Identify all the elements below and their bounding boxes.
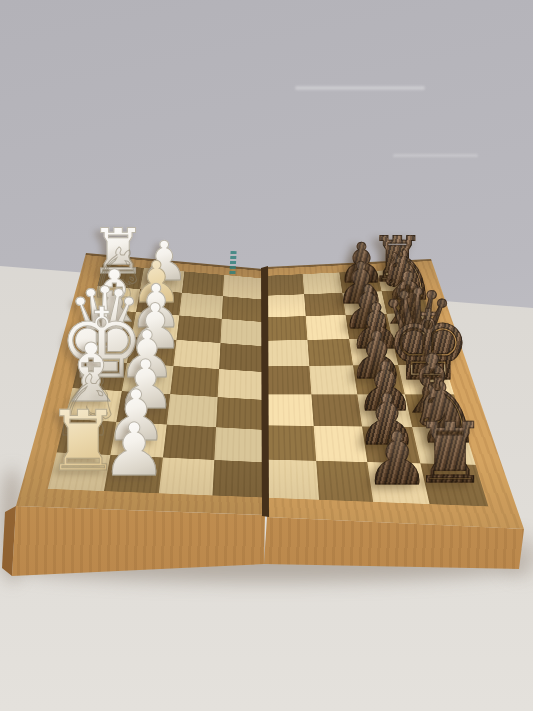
square-e4[interactable]	[218, 369, 264, 400]
square-c3[interactable]	[176, 315, 221, 343]
black-rook-glyph: ♜	[413, 412, 488, 495]
wall-scuff	[295, 86, 425, 90]
square-d5[interactable]	[267, 340, 309, 366]
square-g5[interactable]	[267, 425, 316, 460]
square-b5[interactable]	[267, 294, 306, 317]
blue-ink-mark	[229, 251, 236, 275]
square-g4[interactable]	[214, 427, 264, 462]
square-d6[interactable]	[307, 339, 353, 366]
square-h3[interactable]	[159, 457, 214, 495]
square-g3[interactable]	[163, 425, 216, 460]
photo-scene: ♜♞♝♛♚♝♞♜♟♟♟♟♟♟♟♟♟♟♟♟♟♟♟♟♜♞♝♛♚♝♞♜	[0, 0, 533, 711]
white-pawn-glyph: ♟	[102, 414, 167, 487]
wall-scuff	[393, 154, 478, 157]
square-h5[interactable]	[267, 460, 319, 500]
square-d4[interactable]	[219, 343, 264, 372]
square-b3[interactable]	[179, 293, 223, 319]
square-a5[interactable]	[267, 274, 304, 296]
square-b4[interactable]	[222, 296, 264, 322]
piece-bR-h8[interactable]: ♜	[413, 412, 488, 495]
square-h4[interactable]	[212, 460, 264, 498]
piece-wP-h2[interactable]: ♟	[102, 414, 167, 487]
square-f5[interactable]	[267, 394, 314, 425]
square-f4[interactable]	[216, 397, 264, 430]
square-c4[interactable]	[220, 319, 263, 346]
square-e5[interactable]	[267, 366, 311, 395]
square-e3[interactable]	[170, 366, 219, 397]
square-c5[interactable]	[267, 316, 307, 341]
